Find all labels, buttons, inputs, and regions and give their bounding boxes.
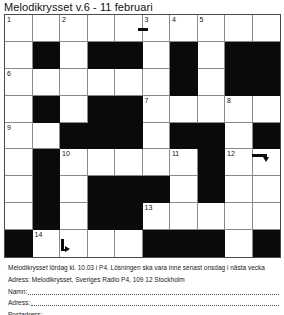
- white-cell[interactable]: [143, 69, 171, 96]
- black-cell: [33, 96, 61, 123]
- white-cell[interactable]: [225, 15, 253, 42]
- white-cell[interactable]: [60, 42, 88, 69]
- continuation-arrow-icon: [61, 239, 72, 253]
- clue-number: 8: [227, 96, 231, 105]
- black-cell: [115, 96, 143, 123]
- white-cell[interactable]: [253, 15, 281, 42]
- broadcast-info: Melodikrysset lördag kl. 10.03 i P4. Lös…: [8, 264, 280, 272]
- black-cell: [88, 203, 116, 230]
- white-cell[interactable]: 14: [33, 230, 61, 257]
- white-cell[interactable]: [225, 176, 253, 203]
- white-cell[interactable]: [33, 15, 61, 42]
- white-cell[interactable]: 8: [225, 96, 253, 123]
- white-cell[interactable]: [88, 15, 116, 42]
- black-cell: [198, 230, 226, 257]
- black-cell: [88, 123, 116, 150]
- black-cell: [198, 149, 226, 176]
- white-cell[interactable]: [198, 203, 226, 230]
- clue-number: 12: [227, 149, 235, 158]
- white-cell[interactable]: [60, 176, 88, 203]
- black-cell: [33, 42, 61, 69]
- white-cell[interactable]: [115, 149, 143, 176]
- clue-number: 10: [62, 149, 70, 158]
- white-cell[interactable]: [60, 230, 88, 257]
- clue-number: 2: [62, 15, 66, 24]
- address-field-label: Adress:: [8, 299, 30, 307]
- white-cell[interactable]: [115, 69, 143, 96]
- white-cell[interactable]: [198, 96, 226, 123]
- black-cell: [115, 123, 143, 150]
- white-cell[interactable]: 6: [5, 69, 33, 96]
- white-cell[interactable]: 12: [225, 149, 253, 176]
- clue-number: 1: [7, 15, 11, 24]
- white-cell[interactable]: 5: [198, 15, 226, 42]
- clue-number: 14: [35, 230, 43, 239]
- clue-number: 6: [7, 69, 11, 78]
- black-cell: [170, 69, 198, 96]
- name-field-label: Namn:: [8, 288, 27, 296]
- white-cell[interactable]: 4: [170, 15, 198, 42]
- black-cell: [33, 149, 61, 176]
- mail-address: Adress: Melodikrysset, Sveriges Radio P4…: [8, 276, 280, 284]
- page-title: Melodikrysset v.6 - 11 februari: [4, 1, 153, 14]
- melodikrysset-page: Melodikrysset v.6 - 11 februari 12345678…: [0, 0, 284, 315]
- black-cell: [225, 42, 253, 69]
- white-cell[interactable]: [60, 96, 88, 123]
- white-cell[interactable]: [88, 230, 116, 257]
- continuation-arrow-icon: [252, 154, 271, 167]
- clue-number: 3: [145, 15, 149, 24]
- clue-number: 4: [172, 15, 176, 24]
- black-cell: [253, 123, 281, 150]
- white-cell[interactable]: [60, 203, 88, 230]
- black-cell: [143, 230, 171, 257]
- black-cell: [170, 230, 198, 257]
- white-cell[interactable]: 10: [60, 149, 88, 176]
- black-cell: [225, 69, 253, 96]
- white-cell[interactable]: [5, 42, 33, 69]
- name-field-dotted-line[interactable]: [28, 294, 279, 295]
- black-cell: [115, 203, 143, 230]
- white-cell[interactable]: 1: [5, 15, 33, 42]
- white-cell[interactable]: 11: [170, 149, 198, 176]
- white-cell[interactable]: 9: [5, 123, 33, 150]
- black-cell: [253, 42, 281, 69]
- white-cell[interactable]: [225, 230, 253, 257]
- white-cell[interactable]: 13: [143, 203, 171, 230]
- white-cell[interactable]: [253, 176, 281, 203]
- postal-address-field-label: Postadress:: [8, 311, 42, 315]
- postal-address-field[interactable]: Postadress:: [8, 311, 280, 315]
- white-cell[interactable]: [33, 69, 61, 96]
- black-cell: [253, 69, 281, 96]
- black-cell: [198, 123, 226, 150]
- white-cell[interactable]: [88, 149, 116, 176]
- white-cell[interactable]: [253, 203, 281, 230]
- black-cell: [143, 176, 171, 203]
- white-cell[interactable]: [198, 69, 226, 96]
- white-cell[interactable]: [33, 123, 61, 150]
- clue-number: 7: [145, 96, 149, 105]
- black-cell: [5, 230, 33, 257]
- white-cell[interactable]: [143, 149, 171, 176]
- black-cell: [170, 42, 198, 69]
- white-cell[interactable]: [5, 176, 33, 203]
- black-cell: [88, 42, 116, 69]
- white-cell[interactable]: [198, 42, 226, 69]
- black-cell: [88, 176, 116, 203]
- white-cell[interactable]: [253, 96, 281, 123]
- white-cell[interactable]: [170, 203, 198, 230]
- black-cell: [115, 42, 143, 69]
- black-cell: [253, 230, 281, 257]
- black-cell: [60, 123, 88, 150]
- white-cell[interactable]: [170, 176, 198, 203]
- black-cell: [170, 123, 198, 150]
- white-cell[interactable]: [253, 149, 281, 176]
- white-cell[interactable]: [88, 69, 116, 96]
- black-cell: [33, 176, 61, 203]
- white-cell[interactable]: [143, 123, 171, 150]
- black-cell: [198, 176, 226, 203]
- black-cell: [88, 96, 116, 123]
- black-cell: [115, 176, 143, 203]
- white-cell[interactable]: [115, 230, 143, 257]
- white-cell[interactable]: 7: [143, 96, 171, 123]
- footer: Melodikrysset lördag kl. 10.03 i P4. Lös…: [8, 258, 280, 315]
- name-field[interactable]: Namn:: [8, 288, 280, 296]
- white-cell[interactable]: 3: [143, 15, 171, 42]
- address-field-dotted-line[interactable]: [31, 305, 279, 306]
- white-cell[interactable]: [60, 69, 88, 96]
- clue-number: 13: [145, 203, 153, 212]
- white-cell[interactable]: [5, 96, 33, 123]
- clue-number: 11: [172, 149, 179, 158]
- crossword-grid: 1234567891011121314: [4, 14, 281, 258]
- address-field[interactable]: Adress:: [8, 299, 280, 307]
- clue-number: 5: [200, 15, 204, 24]
- white-cell[interactable]: [5, 203, 33, 230]
- entry-bar-marker: [138, 28, 148, 31]
- black-cell: [33, 203, 61, 230]
- white-cell[interactable]: [5, 149, 33, 176]
- white-cell[interactable]: [170, 96, 198, 123]
- clue-number: 9: [7, 123, 11, 132]
- white-cell[interactable]: [225, 203, 253, 230]
- white-cell[interactable]: [225, 123, 253, 150]
- white-cell[interactable]: [143, 42, 171, 69]
- white-cell[interactable]: 2: [60, 15, 88, 42]
